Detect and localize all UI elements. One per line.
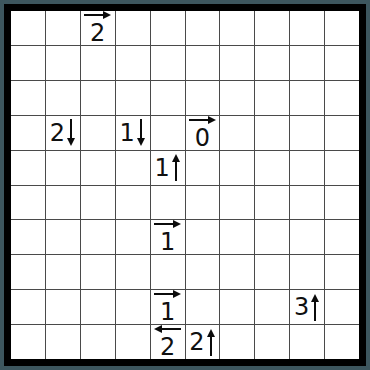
arrow-right-icon [154, 290, 181, 299]
clue-number: 2 [189, 330, 204, 354]
cell-r4c6: 0 [186, 116, 220, 150]
cell-r4c7[interactable] [220, 116, 254, 150]
cell-r1c2[interactable] [46, 11, 80, 45]
arrow-up-icon [172, 154, 181, 181]
clue-2-down: 2 [50, 119, 76, 146]
cell-r5c1[interactable] [11, 151, 45, 185]
clue-2-right: 2 [84, 11, 111, 45]
cell-r4c4: 1 [116, 116, 150, 150]
clue-1-down: 1 [120, 119, 146, 146]
cell-r7c8[interactable] [255, 220, 289, 254]
cell-r9c4[interactable] [116, 290, 150, 324]
cell-r9c6[interactable] [186, 290, 220, 324]
arrow-up-icon [207, 329, 216, 356]
cell-r5c3[interactable] [81, 151, 115, 185]
cell-r5c4[interactable] [116, 151, 150, 185]
cell-r6c1[interactable] [11, 186, 45, 220]
arrow-right-icon [84, 11, 111, 20]
cell-r10c4[interactable] [116, 325, 150, 359]
cell-r2c9[interactable] [290, 46, 324, 80]
cell-r6c5[interactable] [151, 186, 185, 220]
cell-r5c6[interactable] [186, 151, 220, 185]
arrow-up-icon [311, 294, 320, 321]
cell-r7c10[interactable] [325, 220, 359, 254]
cell-r10c9[interactable] [290, 325, 324, 359]
cell-r10c6: 2 [186, 325, 220, 359]
cell-r4c3[interactable] [81, 116, 115, 150]
cell-r2c4[interactable] [116, 46, 150, 80]
cell-r9c9: 3 [290, 290, 324, 324]
clue-number: 1 [160, 300, 175, 324]
clue-number: 1 [154, 156, 169, 180]
cell-r7c1[interactable] [11, 220, 45, 254]
clue-number: 2 [90, 21, 105, 45]
clue-3-up: 3 [294, 294, 320, 321]
cell-r2c5[interactable] [151, 46, 185, 80]
cell-r3c1[interactable] [11, 81, 45, 115]
cell-r6c6[interactable] [186, 186, 220, 220]
cell-r6c2[interactable] [46, 186, 80, 220]
cell-r5c9[interactable] [290, 151, 324, 185]
yajilin-grid: 2210111322 [11, 11, 359, 359]
clue-0-right: 0 [189, 116, 216, 150]
cell-r4c8[interactable] [255, 116, 289, 150]
cell-r7c5: 1 [151, 220, 185, 254]
arrow-down-icon [67, 119, 76, 146]
cell-r8c9[interactable] [290, 255, 324, 289]
clue-1-up: 1 [154, 154, 180, 181]
cell-r10c8[interactable] [255, 325, 289, 359]
cell-r7c4[interactable] [116, 220, 150, 254]
cell-r8c10[interactable] [325, 255, 359, 289]
cell-r2c10[interactable] [325, 46, 359, 80]
cell-r10c2[interactable] [46, 325, 80, 359]
cell-r9c7[interactable] [220, 290, 254, 324]
cell-r2c1[interactable] [11, 46, 45, 80]
cell-r5c7[interactable] [220, 151, 254, 185]
cell-r3c4[interactable] [116, 81, 150, 115]
clue-number: 1 [160, 230, 175, 254]
puzzle-board: 2210111322 [0, 0, 370, 370]
cell-r3c3[interactable] [81, 81, 115, 115]
cell-r8c4[interactable] [116, 255, 150, 289]
clue-number: 0 [195, 126, 210, 150]
cell-r7c2[interactable] [46, 220, 80, 254]
cell-r6c9[interactable] [290, 186, 324, 220]
cell-r1c9[interactable] [290, 11, 324, 45]
clue-number: 3 [294, 295, 309, 319]
cell-r9c8[interactable] [255, 290, 289, 324]
cell-r4c9[interactable] [290, 116, 324, 150]
cell-r8c7[interactable] [220, 255, 254, 289]
cell-r8c6[interactable] [186, 255, 220, 289]
clue-number: 2 [50, 121, 65, 145]
cell-r2c8[interactable] [255, 46, 289, 80]
clue-number: 2 [160, 335, 175, 359]
clue-number: 1 [120, 121, 135, 145]
board-border: 2210111322 [4, 4, 366, 366]
cell-r8c5[interactable] [151, 255, 185, 289]
cell-r10c7[interactable] [220, 325, 254, 359]
cell-r1c10[interactable] [325, 11, 359, 45]
cell-r1c8[interactable] [255, 11, 289, 45]
cell-r1c7[interactable] [220, 11, 254, 45]
cell-r3c2[interactable] [46, 81, 80, 115]
cell-r9c10[interactable] [325, 290, 359, 324]
cell-r6c10[interactable] [325, 186, 359, 220]
cell-r8c8[interactable] [255, 255, 289, 289]
cell-r1c1[interactable] [11, 11, 45, 45]
cell-r2c6[interactable] [186, 46, 220, 80]
cell-r9c1[interactable] [11, 290, 45, 324]
clue-1-right: 1 [154, 290, 181, 324]
cell-r8c3[interactable] [81, 255, 115, 289]
cell-r1c5[interactable] [151, 11, 185, 45]
cell-r7c6[interactable] [186, 220, 220, 254]
cell-r7c9[interactable] [290, 220, 324, 254]
arrow-left-icon [154, 325, 181, 334]
clue-2-up: 2 [189, 329, 215, 356]
clue-1-right: 1 [154, 220, 181, 254]
cell-r7c3[interactable] [81, 220, 115, 254]
cell-r3c6[interactable] [186, 81, 220, 115]
cell-r4c5[interactable] [151, 116, 185, 150]
cell-r3c9[interactable] [290, 81, 324, 115]
cell-r3c10[interactable] [325, 81, 359, 115]
arrow-right-icon [154, 220, 181, 229]
cell-r4c1[interactable] [11, 116, 45, 150]
cell-r6c3[interactable] [81, 186, 115, 220]
arrow-down-icon [137, 119, 146, 146]
cell-r9c3[interactable] [81, 290, 115, 324]
cell-r6c4[interactable] [116, 186, 150, 220]
cell-r2c3[interactable] [81, 46, 115, 80]
cell-r5c2[interactable] [46, 151, 80, 185]
cell-r8c1[interactable] [11, 255, 45, 289]
arrow-right-icon [189, 116, 216, 125]
cell-r1c4[interactable] [116, 11, 150, 45]
cell-r6c8[interactable] [255, 186, 289, 220]
cell-r7c7[interactable] [220, 220, 254, 254]
cell-r3c7[interactable] [220, 81, 254, 115]
cell-r10c1[interactable] [11, 325, 45, 359]
cell-r5c8[interactable] [255, 151, 289, 185]
cell-r6c7[interactable] [220, 186, 254, 220]
clue-2-left: 2 [154, 325, 181, 359]
cell-r5c5: 1 [151, 151, 185, 185]
cell-r4c2: 2 [46, 116, 80, 150]
cell-r9c2[interactable] [46, 290, 80, 324]
cell-r10c10[interactable] [325, 325, 359, 359]
cell-r4c10[interactable] [325, 116, 359, 150]
cell-r1c6[interactable] [186, 11, 220, 45]
cell-r3c5[interactable] [151, 81, 185, 115]
cell-r2c7[interactable] [220, 46, 254, 80]
cell-r1c3: 2 [81, 11, 115, 45]
cell-r10c5: 2 [151, 325, 185, 359]
cell-r3c8[interactable] [255, 81, 289, 115]
cell-r10c3[interactable] [81, 325, 115, 359]
cell-r5c10[interactable] [325, 151, 359, 185]
cell-r2c2[interactable] [46, 46, 80, 80]
cell-r9c5: 1 [151, 290, 185, 324]
cell-r8c2[interactable] [46, 255, 80, 289]
